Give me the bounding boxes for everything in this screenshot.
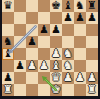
piece-bp-f7: ♟ [63,12,73,24]
chess-app-window: ♛♚♝♞♜♟♟♟♟♟♞♟♝♟♞♟♟♟♝♞♟♛♟♟♟♜♚♜ [0,0,100,99]
square-c5[interactable]: ♟ [26,36,38,48]
square-g5[interactable] [74,36,86,48]
square-h6[interactable] [86,24,98,36]
piece-bp-g7: ♟ [75,12,85,24]
square-c3[interactable]: ♟ [26,60,38,72]
square-b8[interactable] [14,0,26,12]
piece-wr-h1: ♜ [87,84,97,96]
square-b1[interactable] [14,84,26,96]
square-f1[interactable] [62,84,74,96]
square-d3[interactable]: ♟ [38,60,50,72]
square-g2[interactable]: ♟ [74,72,86,84]
square-f6[interactable] [62,24,74,36]
square-a8[interactable]: ♛ [2,0,14,12]
square-f7[interactable]: ♟ [62,12,74,24]
square-b6[interactable] [14,24,26,36]
square-c8[interactable] [26,0,38,12]
square-e1[interactable]: ♚ [50,84,62,96]
piece-bq-a8: ♛ [3,0,13,12]
square-e8[interactable]: ♚ [50,0,62,12]
square-b3[interactable]: ♟ [14,60,26,72]
square-h1[interactable]: ♜ [86,84,98,96]
square-h7[interactable]: ♟ [86,12,98,24]
chessboard: ♛♚♝♞♜♟♟♟♟♟♞♟♝♟♞♟♟♟♝♞♟♛♟♟♟♜♚♜ [2,0,98,96]
square-g7[interactable]: ♟ [74,12,86,24]
piece-bk-e8: ♚ [51,0,61,12]
square-a4[interactable]: ♝ [2,48,14,60]
square-c1[interactable] [26,84,38,96]
piece-wk-e1: ♚ [51,84,61,96]
square-c2[interactable] [26,72,38,84]
square-g6[interactable] [74,24,86,36]
square-d8[interactable] [38,0,50,12]
piece-wp-g2: ♟ [75,72,85,84]
square-f2[interactable]: ♟ [62,72,74,84]
piece-bp-h7: ♟ [87,12,97,24]
piece-bp-c5: ♟ [27,36,37,48]
piece-bp-e6: ♟ [51,24,61,36]
piece-bp-b3: ♟ [15,60,25,72]
square-g4[interactable] [74,48,86,60]
square-d1[interactable] [38,84,50,96]
piece-wr-a1: ♜ [3,84,13,96]
square-h5[interactable] [86,36,98,48]
square-d2[interactable] [38,72,50,84]
square-a1[interactable]: ♜ [2,84,14,96]
square-d5[interactable] [38,36,50,48]
square-a7[interactable] [2,12,14,24]
square-b7[interactable] [14,12,26,24]
piece-wp-f2: ♟ [63,72,73,84]
piece-wp-c3: ♟ [27,60,37,72]
square-d6[interactable]: ♟ [38,24,50,36]
square-b5[interactable] [14,36,26,48]
piece-bb-a4: ♝ [3,48,13,60]
square-e6[interactable]: ♟ [50,24,62,36]
square-h4[interactable] [86,48,98,60]
piece-bp-d6: ♟ [39,24,49,36]
square-c7[interactable] [26,12,38,24]
square-g1[interactable] [74,84,86,96]
piece-wp-d3: ♟ [39,60,49,72]
square-b2[interactable] [14,72,26,84]
